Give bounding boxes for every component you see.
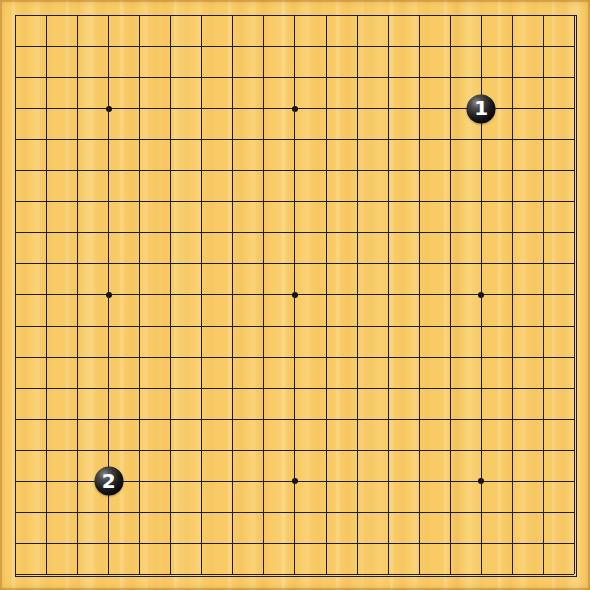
intersection-A6[interactable] <box>0 404 31 435</box>
intersection-B13[interactable] <box>31 186 62 217</box>
intersection-Q19[interactable] <box>466 0 497 31</box>
intersection-C17[interactable] <box>62 62 93 93</box>
intersection-K6[interactable] <box>279 404 310 435</box>
intersection-G9[interactable] <box>186 311 217 342</box>
intersection-E18[interactable] <box>124 31 155 62</box>
intersection-M10[interactable] <box>342 279 373 310</box>
intersection-K5[interactable] <box>279 435 310 466</box>
intersection-F2[interactable] <box>155 528 186 559</box>
intersection-T17[interactable] <box>559 62 590 93</box>
intersection-F15[interactable] <box>155 124 186 155</box>
intersection-G11[interactable] <box>186 248 217 279</box>
intersection-S15[interactable] <box>528 124 559 155</box>
intersection-B12[interactable] <box>31 217 62 248</box>
intersection-K1[interactable] <box>279 559 310 590</box>
intersection-A15[interactable] <box>0 124 31 155</box>
intersection-K8[interactable] <box>279 342 310 373</box>
intersection-F7[interactable] <box>155 373 186 404</box>
intersection-M17[interactable] <box>342 62 373 93</box>
intersection-F16[interactable] <box>155 93 186 124</box>
intersection-E7[interactable] <box>124 373 155 404</box>
intersection-C15[interactable] <box>62 124 93 155</box>
intersection-M6[interactable] <box>342 404 373 435</box>
intersection-F1[interactable] <box>155 559 186 590</box>
intersection-Q12[interactable] <box>466 217 497 248</box>
intersection-C18[interactable] <box>62 31 93 62</box>
intersection-S12[interactable] <box>528 217 559 248</box>
intersection-K18[interactable] <box>279 31 310 62</box>
intersection-O7[interactable] <box>404 373 435 404</box>
intersection-F8[interactable] <box>155 342 186 373</box>
intersection-E10[interactable] <box>124 279 155 310</box>
intersection-A13[interactable] <box>0 186 31 217</box>
intersection-G18[interactable] <box>186 31 217 62</box>
intersection-C10[interactable] <box>62 279 93 310</box>
intersection-C7[interactable] <box>62 373 93 404</box>
intersection-Q7[interactable] <box>466 373 497 404</box>
intersection-S3[interactable] <box>528 497 559 528</box>
intersection-S18[interactable] <box>528 31 559 62</box>
intersection-P11[interactable] <box>435 248 466 279</box>
intersection-M4[interactable] <box>342 466 373 497</box>
intersection-S11[interactable] <box>528 248 559 279</box>
intersection-H14[interactable] <box>217 155 248 186</box>
intersection-K17[interactable] <box>279 62 310 93</box>
intersection-L12[interactable] <box>311 217 342 248</box>
intersection-D2[interactable] <box>93 528 124 559</box>
intersection-E3[interactable] <box>124 497 155 528</box>
intersection-T6[interactable] <box>559 404 590 435</box>
intersection-D9[interactable] <box>93 311 124 342</box>
intersection-M8[interactable] <box>342 342 373 373</box>
intersection-O9[interactable] <box>404 311 435 342</box>
intersection-G2[interactable] <box>186 528 217 559</box>
intersection-E19[interactable] <box>124 0 155 31</box>
intersection-B10[interactable] <box>31 279 62 310</box>
intersection-D12[interactable] <box>93 217 124 248</box>
intersection-R6[interactable] <box>497 404 528 435</box>
intersection-L18[interactable] <box>311 31 342 62</box>
intersection-S2[interactable] <box>528 528 559 559</box>
intersection-P9[interactable] <box>435 311 466 342</box>
intersection-H8[interactable] <box>217 342 248 373</box>
intersection-C19[interactable] <box>62 0 93 31</box>
intersection-K2[interactable] <box>279 528 310 559</box>
intersection-D13[interactable] <box>93 186 124 217</box>
intersection-N13[interactable] <box>373 186 404 217</box>
intersection-S9[interactable] <box>528 311 559 342</box>
intersection-Q13[interactable] <box>466 186 497 217</box>
intersection-M15[interactable] <box>342 124 373 155</box>
intersection-H12[interactable] <box>217 217 248 248</box>
intersection-N7[interactable] <box>373 373 404 404</box>
intersection-O15[interactable] <box>404 124 435 155</box>
intersection-O12[interactable] <box>404 217 435 248</box>
intersection-C9[interactable] <box>62 311 93 342</box>
intersection-S7[interactable] <box>528 373 559 404</box>
intersection-E12[interactable] <box>124 217 155 248</box>
intersection-C16[interactable] <box>62 93 93 124</box>
intersection-F12[interactable] <box>155 217 186 248</box>
intersection-S13[interactable] <box>528 186 559 217</box>
intersection-A3[interactable] <box>0 497 31 528</box>
intersection-O18[interactable] <box>404 31 435 62</box>
intersection-P5[interactable] <box>435 435 466 466</box>
intersection-P17[interactable] <box>435 62 466 93</box>
intersection-Q11[interactable] <box>466 248 497 279</box>
intersection-J4[interactable] <box>248 466 279 497</box>
intersection-C1[interactable] <box>62 559 93 590</box>
intersection-D14[interactable] <box>93 155 124 186</box>
intersection-K12[interactable] <box>279 217 310 248</box>
intersection-K4[interactable] <box>279 466 310 497</box>
intersection-G13[interactable] <box>186 186 217 217</box>
intersection-R7[interactable] <box>497 373 528 404</box>
intersection-F5[interactable] <box>155 435 186 466</box>
intersection-S6[interactable] <box>528 404 559 435</box>
intersection-E8[interactable] <box>124 342 155 373</box>
intersection-O19[interactable] <box>404 0 435 31</box>
intersection-E16[interactable] <box>124 93 155 124</box>
intersection-J16[interactable] <box>248 93 279 124</box>
intersection-D3[interactable] <box>93 497 124 528</box>
intersection-D6[interactable] <box>93 404 124 435</box>
intersection-N2[interactable] <box>373 528 404 559</box>
intersection-S14[interactable] <box>528 155 559 186</box>
intersection-K13[interactable] <box>279 186 310 217</box>
intersection-L9[interactable] <box>311 311 342 342</box>
intersection-S16[interactable] <box>528 93 559 124</box>
intersection-G12[interactable] <box>186 217 217 248</box>
intersection-R8[interactable] <box>497 342 528 373</box>
intersection-Q2[interactable] <box>466 528 497 559</box>
intersection-N19[interactable] <box>373 0 404 31</box>
intersection-N14[interactable] <box>373 155 404 186</box>
intersection-E13[interactable] <box>124 186 155 217</box>
intersection-H6[interactable] <box>217 404 248 435</box>
intersection-P14[interactable] <box>435 155 466 186</box>
intersection-R11[interactable] <box>497 248 528 279</box>
intersection-H1[interactable] <box>217 559 248 590</box>
intersection-P8[interactable] <box>435 342 466 373</box>
intersection-R10[interactable] <box>497 279 528 310</box>
intersection-Q16[interactable]: 1 <box>466 93 497 124</box>
intersection-K19[interactable] <box>279 0 310 31</box>
intersection-P4[interactable] <box>435 466 466 497</box>
intersection-J18[interactable] <box>248 31 279 62</box>
intersection-R12[interactable] <box>497 217 528 248</box>
intersection-K15[interactable] <box>279 124 310 155</box>
intersection-F18[interactable] <box>155 31 186 62</box>
intersection-J11[interactable] <box>248 248 279 279</box>
intersection-D10[interactable] <box>93 279 124 310</box>
intersection-B8[interactable] <box>31 342 62 373</box>
intersection-A2[interactable] <box>0 528 31 559</box>
intersection-J5[interactable] <box>248 435 279 466</box>
intersection-A4[interactable] <box>0 466 31 497</box>
intersection-T19[interactable] <box>559 0 590 31</box>
intersection-M5[interactable] <box>342 435 373 466</box>
intersection-B15[interactable] <box>31 124 62 155</box>
intersection-N16[interactable] <box>373 93 404 124</box>
intersection-S4[interactable] <box>528 466 559 497</box>
intersection-Q9[interactable] <box>466 311 497 342</box>
intersection-T1[interactable] <box>559 559 590 590</box>
intersection-L19[interactable] <box>311 0 342 31</box>
intersection-P6[interactable] <box>435 404 466 435</box>
intersection-M2[interactable] <box>342 528 373 559</box>
intersection-G16[interactable] <box>186 93 217 124</box>
intersection-O4[interactable] <box>404 466 435 497</box>
intersection-G19[interactable] <box>186 0 217 31</box>
intersection-L4[interactable] <box>311 466 342 497</box>
intersection-H5[interactable] <box>217 435 248 466</box>
intersection-E17[interactable] <box>124 62 155 93</box>
intersection-A17[interactable] <box>0 62 31 93</box>
intersection-E6[interactable] <box>124 404 155 435</box>
intersection-L11[interactable] <box>311 248 342 279</box>
intersection-L3[interactable] <box>311 497 342 528</box>
intersection-M1[interactable] <box>342 559 373 590</box>
intersection-O8[interactable] <box>404 342 435 373</box>
intersection-D4[interactable]: 2 <box>93 466 124 497</box>
intersection-C12[interactable] <box>62 217 93 248</box>
intersection-P1[interactable] <box>435 559 466 590</box>
intersection-D11[interactable] <box>93 248 124 279</box>
intersection-K10[interactable] <box>279 279 310 310</box>
intersection-D18[interactable] <box>93 31 124 62</box>
intersection-G3[interactable] <box>186 497 217 528</box>
intersection-Q6[interactable] <box>466 404 497 435</box>
intersection-J3[interactable] <box>248 497 279 528</box>
intersection-Q5[interactable] <box>466 435 497 466</box>
intersection-G7[interactable] <box>186 373 217 404</box>
intersection-A5[interactable] <box>0 435 31 466</box>
intersection-O6[interactable] <box>404 404 435 435</box>
intersection-Q4[interactable] <box>466 466 497 497</box>
intersection-E11[interactable] <box>124 248 155 279</box>
intersection-O11[interactable] <box>404 248 435 279</box>
intersection-B5[interactable] <box>31 435 62 466</box>
intersection-R17[interactable] <box>497 62 528 93</box>
intersection-M3[interactable] <box>342 497 373 528</box>
intersection-E1[interactable] <box>124 559 155 590</box>
intersection-F19[interactable] <box>155 0 186 31</box>
intersection-T12[interactable] <box>559 217 590 248</box>
intersection-Q17[interactable] <box>466 62 497 93</box>
intersection-M18[interactable] <box>342 31 373 62</box>
intersection-F4[interactable] <box>155 466 186 497</box>
intersection-J14[interactable] <box>248 155 279 186</box>
intersection-F3[interactable] <box>155 497 186 528</box>
intersection-J10[interactable] <box>248 279 279 310</box>
intersection-Q18[interactable] <box>466 31 497 62</box>
intersection-M9[interactable] <box>342 311 373 342</box>
intersection-L2[interactable] <box>311 528 342 559</box>
intersection-S8[interactable] <box>528 342 559 373</box>
intersection-R14[interactable] <box>497 155 528 186</box>
intersection-L15[interactable] <box>311 124 342 155</box>
intersection-C4[interactable] <box>62 466 93 497</box>
intersection-G6[interactable] <box>186 404 217 435</box>
intersection-L7[interactable] <box>311 373 342 404</box>
intersection-H9[interactable] <box>217 311 248 342</box>
intersection-B2[interactable] <box>31 528 62 559</box>
intersection-R1[interactable] <box>497 559 528 590</box>
intersection-E5[interactable] <box>124 435 155 466</box>
intersection-J12[interactable] <box>248 217 279 248</box>
intersection-R15[interactable] <box>497 124 528 155</box>
intersection-H11[interactable] <box>217 248 248 279</box>
intersection-L13[interactable] <box>311 186 342 217</box>
intersection-J2[interactable] <box>248 528 279 559</box>
intersection-G1[interactable] <box>186 559 217 590</box>
intersection-A18[interactable] <box>0 31 31 62</box>
intersection-N8[interactable] <box>373 342 404 373</box>
intersection-T15[interactable] <box>559 124 590 155</box>
intersection-Q8[interactable] <box>466 342 497 373</box>
intersection-N1[interactable] <box>373 559 404 590</box>
intersection-D17[interactable] <box>93 62 124 93</box>
intersection-O1[interactable] <box>404 559 435 590</box>
intersection-B19[interactable] <box>31 0 62 31</box>
intersection-L8[interactable] <box>311 342 342 373</box>
intersection-C14[interactable] <box>62 155 93 186</box>
intersection-P7[interactable] <box>435 373 466 404</box>
intersection-G4[interactable] <box>186 466 217 497</box>
intersection-K3[interactable] <box>279 497 310 528</box>
intersection-O17[interactable] <box>404 62 435 93</box>
intersection-B18[interactable] <box>31 31 62 62</box>
intersection-J1[interactable] <box>248 559 279 590</box>
intersection-T2[interactable] <box>559 528 590 559</box>
intersection-K16[interactable] <box>279 93 310 124</box>
intersection-M14[interactable] <box>342 155 373 186</box>
intersection-A9[interactable] <box>0 311 31 342</box>
intersection-Q1[interactable] <box>466 559 497 590</box>
intersection-N9[interactable] <box>373 311 404 342</box>
intersection-T9[interactable] <box>559 311 590 342</box>
intersection-B16[interactable] <box>31 93 62 124</box>
intersection-D5[interactable] <box>93 435 124 466</box>
intersection-H10[interactable] <box>217 279 248 310</box>
intersection-O10[interactable] <box>404 279 435 310</box>
intersection-H4[interactable] <box>217 466 248 497</box>
intersection-H15[interactable] <box>217 124 248 155</box>
intersection-F14[interactable] <box>155 155 186 186</box>
intersection-H7[interactable] <box>217 373 248 404</box>
intersection-P12[interactable] <box>435 217 466 248</box>
intersection-B9[interactable] <box>31 311 62 342</box>
intersection-T7[interactable] <box>559 373 590 404</box>
intersection-G8[interactable] <box>186 342 217 373</box>
intersection-H16[interactable] <box>217 93 248 124</box>
intersection-O5[interactable] <box>404 435 435 466</box>
intersection-D16[interactable] <box>93 93 124 124</box>
intersection-R18[interactable] <box>497 31 528 62</box>
intersection-T4[interactable] <box>559 466 590 497</box>
intersection-J6[interactable] <box>248 404 279 435</box>
intersection-P13[interactable] <box>435 186 466 217</box>
intersection-L10[interactable] <box>311 279 342 310</box>
intersection-N3[interactable] <box>373 497 404 528</box>
intersection-R2[interactable] <box>497 528 528 559</box>
intersection-K11[interactable] <box>279 248 310 279</box>
intersection-Q15[interactable] <box>466 124 497 155</box>
intersection-T14[interactable] <box>559 155 590 186</box>
intersection-P10[interactable] <box>435 279 466 310</box>
intersection-B14[interactable] <box>31 155 62 186</box>
intersection-N17[interactable] <box>373 62 404 93</box>
intersection-O3[interactable] <box>404 497 435 528</box>
intersection-H2[interactable] <box>217 528 248 559</box>
intersection-C5[interactable] <box>62 435 93 466</box>
intersection-A10[interactable] <box>0 279 31 310</box>
intersection-M13[interactable] <box>342 186 373 217</box>
intersection-B3[interactable] <box>31 497 62 528</box>
intersection-A16[interactable] <box>0 93 31 124</box>
intersection-Q14[interactable] <box>466 155 497 186</box>
intersection-F11[interactable] <box>155 248 186 279</box>
intersection-A14[interactable] <box>0 155 31 186</box>
intersection-N6[interactable] <box>373 404 404 435</box>
intersection-C6[interactable] <box>62 404 93 435</box>
intersection-B11[interactable] <box>31 248 62 279</box>
intersection-O2[interactable] <box>404 528 435 559</box>
intersection-L14[interactable] <box>311 155 342 186</box>
intersection-A19[interactable] <box>0 0 31 31</box>
intersection-H13[interactable] <box>217 186 248 217</box>
intersection-O16[interactable] <box>404 93 435 124</box>
intersection-K14[interactable] <box>279 155 310 186</box>
intersection-S19[interactable] <box>528 0 559 31</box>
intersection-P18[interactable] <box>435 31 466 62</box>
intersection-G5[interactable] <box>186 435 217 466</box>
intersection-N15[interactable] <box>373 124 404 155</box>
intersection-A1[interactable] <box>0 559 31 590</box>
intersection-K9[interactable] <box>279 311 310 342</box>
intersection-T5[interactable] <box>559 435 590 466</box>
intersection-R4[interactable] <box>497 466 528 497</box>
intersection-M7[interactable] <box>342 373 373 404</box>
intersection-B6[interactable] <box>31 404 62 435</box>
intersection-N18[interactable] <box>373 31 404 62</box>
intersection-S1[interactable] <box>528 559 559 590</box>
intersection-C3[interactable] <box>62 497 93 528</box>
intersection-D1[interactable] <box>93 559 124 590</box>
intersection-B17[interactable] <box>31 62 62 93</box>
intersection-J7[interactable] <box>248 373 279 404</box>
intersection-G15[interactable] <box>186 124 217 155</box>
intersection-F9[interactable] <box>155 311 186 342</box>
intersection-H3[interactable] <box>217 497 248 528</box>
intersection-L5[interactable] <box>311 435 342 466</box>
intersection-G10[interactable] <box>186 279 217 310</box>
intersection-F10[interactable] <box>155 279 186 310</box>
intersection-F17[interactable] <box>155 62 186 93</box>
intersection-O14[interactable] <box>404 155 435 186</box>
intersection-S5[interactable] <box>528 435 559 466</box>
intersection-Q3[interactable] <box>466 497 497 528</box>
intersection-P19[interactable] <box>435 0 466 31</box>
intersection-L17[interactable] <box>311 62 342 93</box>
intersection-C8[interactable] <box>62 342 93 373</box>
intersection-B4[interactable] <box>31 466 62 497</box>
intersection-R13[interactable] <box>497 186 528 217</box>
intersection-N11[interactable] <box>373 248 404 279</box>
intersection-L1[interactable] <box>311 559 342 590</box>
intersection-M16[interactable] <box>342 93 373 124</box>
